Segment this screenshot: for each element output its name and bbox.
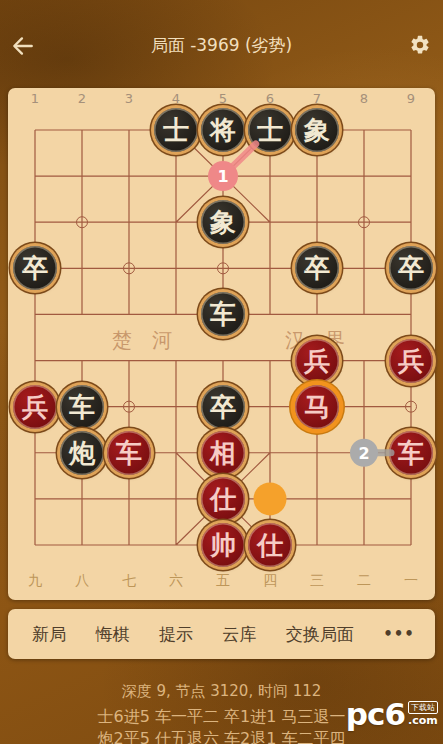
piece-red-pawn[interactable]: 兵	[389, 339, 433, 383]
column-label-top: 4	[166, 91, 186, 106]
column-label-bottom: 四	[258, 572, 282, 590]
piece-black-advisor[interactable]: 士	[248, 108, 292, 152]
column-label-top: 9	[401, 91, 421, 106]
swap-position-button[interactable]: 交换局面	[286, 623, 354, 646]
piece-black-chariot[interactable]: 车	[201, 292, 245, 336]
piece-red-pawn[interactable]: 兵	[13, 385, 57, 429]
column-label-bottom: 二	[352, 572, 376, 590]
watermark-suffix: .com	[408, 714, 438, 727]
piece-black-advisor[interactable]: 士	[154, 108, 198, 152]
column-label-bottom: 六	[164, 572, 188, 590]
piece-black-elephant[interactable]: 象	[295, 108, 339, 152]
column-label-bottom: 七	[117, 572, 141, 590]
app-screen: 局面 -3969 (劣势) 123456789 楚河 汉界 士将士象象卒卒卒车兵…	[0, 0, 443, 744]
column-label-top: 3	[119, 91, 139, 106]
undo-button[interactable]: 悔棋	[95, 623, 129, 646]
column-label-top: 7	[307, 91, 327, 106]
watermark-main: pc6	[346, 699, 405, 729]
new-game-button[interactable]: 新局	[32, 623, 66, 646]
column-label-bottom: 九	[23, 572, 47, 590]
top-bar: 局面 -3969 (劣势)	[0, 22, 443, 68]
piece-black-pawn[interactable]: 卒	[201, 385, 245, 429]
piece-red-chariot[interactable]: 车	[107, 431, 151, 475]
column-label-top: 1	[25, 91, 45, 106]
watermark-badge: 下载站	[408, 701, 438, 714]
piece-red-general[interactable]: 帅	[201, 523, 245, 567]
toolbar: 新局悔棋提示云库交换局面•••	[8, 609, 435, 659]
column-label-bottom: 三	[305, 572, 329, 590]
column-label-bottom: 一	[399, 572, 423, 590]
settings-gear-icon[interactable]	[409, 34, 431, 56]
piece-black-pawn[interactable]: 卒	[389, 246, 433, 290]
more-button[interactable]: •••	[383, 625, 415, 643]
board-pieces-layer: 士将士象象卒卒卒车兵兵兵车卒马炮车相车仕帅仕	[12, 107, 435, 568]
piece-black-general[interactable]: 将	[201, 108, 245, 152]
piece-black-elephant[interactable]: 象	[201, 200, 245, 244]
piece-red-pawn[interactable]: 兵	[295, 339, 339, 383]
piece-black-chariot[interactable]: 车	[60, 385, 104, 429]
column-label-top: 2	[72, 91, 92, 106]
column-label-top: 8	[354, 91, 374, 106]
page-title: 局面 -3969 (劣势)	[0, 22, 443, 68]
column-label-bottom: 五	[211, 572, 235, 590]
cloud-library-button[interactable]: 云库	[222, 623, 256, 646]
piece-red-advisor[interactable]: 仕	[248, 523, 292, 567]
piece-red-chariot[interactable]: 车	[389, 431, 433, 475]
column-label-top: 6	[260, 91, 280, 106]
xiangqi-board[interactable]: 123456789 楚河 汉界 士将士象象卒卒卒车兵兵兵车卒马炮车相车仕帅仕 1…	[8, 88, 435, 600]
piece-black-pawn[interactable]: 卒	[295, 246, 339, 290]
piece-black-pawn[interactable]: 卒	[13, 246, 57, 290]
piece-red-horse[interactable]: 马	[295, 385, 339, 429]
piece-black-cannon[interactable]: 炮	[60, 431, 104, 475]
piece-red-advisor[interactable]: 仕	[201, 477, 245, 521]
column-label-bottom: 八	[70, 572, 94, 590]
piece-red-elephant[interactable]: 相	[201, 431, 245, 475]
hint-button[interactable]: 提示	[159, 623, 193, 646]
watermark-logo: pc6 下载站 .com	[346, 699, 438, 729]
column-label-top: 5	[213, 91, 233, 106]
